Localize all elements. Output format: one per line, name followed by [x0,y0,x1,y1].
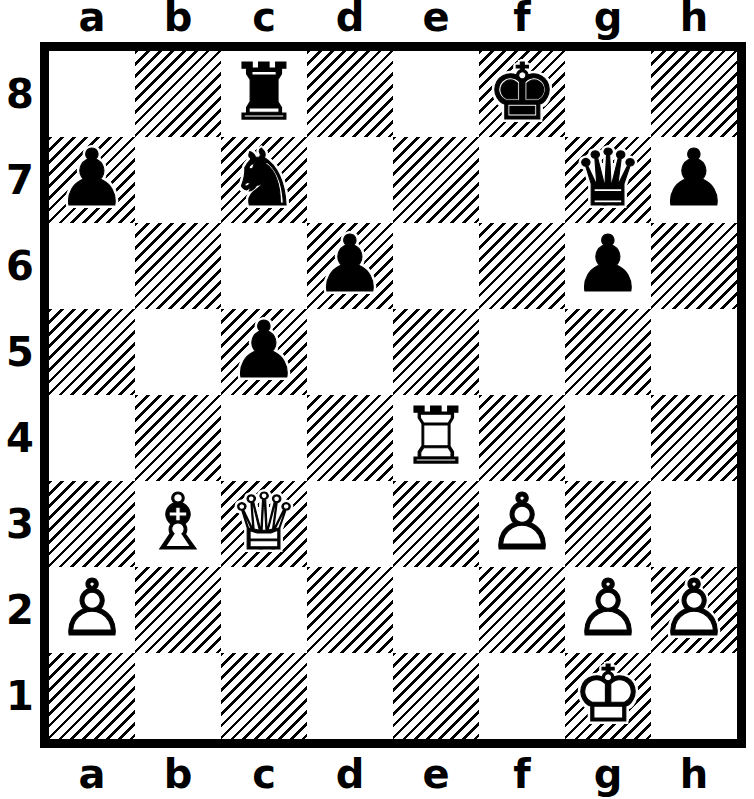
piece-halo: ♜ [221,51,307,137]
square-e8[interactable] [393,51,479,137]
rank-label-7: 7 [0,137,40,223]
square-d3[interactable] [307,481,393,567]
file-label-e: e [393,0,479,40]
file-label-h: h [651,0,737,40]
square-c8[interactable]: ♜♜ [221,51,307,137]
square-g5[interactable] [565,309,651,395]
piece-white-pawn: ♙ [49,567,135,653]
rank-label-6: 6 [0,223,40,309]
piece-white-queen: ♕ [221,481,307,567]
piece-black-pawn: ♟ [651,137,737,223]
square-d5[interactable] [307,309,393,395]
piece-halo: ♟ [49,567,135,653]
square-b5[interactable] [135,309,221,395]
piece-halo: ♜ [393,395,479,481]
file-label-f: f [479,748,565,799]
square-e2[interactable] [393,567,479,653]
square-e4[interactable]: ♜♖ [393,395,479,481]
square-g3[interactable] [565,481,651,567]
board-border: ♜♜♚♚♟♟♞♞♛♛♟♟♟♟♟♟♟♟♜♖♝♗♛♕♟♙♟♙♟♙♟♙♚♔ [40,42,746,748]
square-a8[interactable] [49,51,135,137]
piece-white-pawn: ♙ [479,481,565,567]
piece-black-pawn: ♟ [221,309,307,395]
piece-halo: ♟ [307,223,393,309]
piece-halo: ♟ [565,223,651,309]
square-f8[interactable]: ♚♚ [479,51,565,137]
square-b6[interactable] [135,223,221,309]
rank-label-4: 4 [0,395,40,481]
rank-label-3: 3 [0,481,40,567]
piece-white-pawn: ♙ [565,567,651,653]
square-f1[interactable] [479,653,565,739]
square-e6[interactable] [393,223,479,309]
file-label-c: c [221,748,307,799]
piece-white-king: ♔ [565,653,651,739]
file-labels-top: abcdefgh [49,0,737,40]
piece-halo: ♚ [479,51,565,137]
file-label-g: g [565,748,651,799]
square-c1[interactable] [221,653,307,739]
square-h5[interactable] [651,309,737,395]
square-f6[interactable] [479,223,565,309]
square-g8[interactable] [565,51,651,137]
square-d2[interactable] [307,567,393,653]
piece-black-rook: ♜ [221,51,307,137]
square-h6[interactable] [651,223,737,309]
rank-label-8: 8 [0,51,40,137]
rank-labels-left: 87654321 [0,51,40,739]
chess-board: ♜♜♚♚♟♟♞♞♛♛♟♟♟♟♟♟♟♟♜♖♝♗♛♕♟♙♟♙♟♙♟♙♚♔ [49,51,737,739]
piece-halo: ♛ [565,137,651,223]
square-h8[interactable] [651,51,737,137]
piece-halo: ♚ [565,653,651,739]
file-label-a: a [49,0,135,40]
rank-label-2: 2 [0,567,40,653]
square-d6[interactable]: ♟♟ [307,223,393,309]
square-b4[interactable] [135,395,221,481]
piece-halo: ♞ [221,137,307,223]
file-label-d: d [307,748,393,799]
square-h4[interactable] [651,395,737,481]
file-label-g: g [565,0,651,40]
piece-halo: ♟ [221,309,307,395]
piece-halo: ♟ [479,481,565,567]
square-c5[interactable]: ♟♟ [221,309,307,395]
square-g7[interactable]: ♛♛ [565,137,651,223]
square-f7[interactable] [479,137,565,223]
square-h2[interactable]: ♟♙ [651,567,737,653]
square-b3[interactable]: ♝♗ [135,481,221,567]
square-c6[interactable] [221,223,307,309]
square-b7[interactable] [135,137,221,223]
piece-halo: ♟ [49,137,135,223]
square-e1[interactable] [393,653,479,739]
rank-label-1: 1 [0,653,40,739]
square-h1[interactable] [651,653,737,739]
square-g1[interactable]: ♚♔ [565,653,651,739]
file-label-f: f [479,0,565,40]
square-a7[interactable]: ♟♟ [49,137,135,223]
square-a6[interactable] [49,223,135,309]
square-c2[interactable] [221,567,307,653]
square-b1[interactable] [135,653,221,739]
piece-halo: ♛ [221,481,307,567]
square-a1[interactable] [49,653,135,739]
square-e5[interactable] [393,309,479,395]
square-g4[interactable] [565,395,651,481]
file-label-h: h [651,748,737,799]
square-d4[interactable] [307,395,393,481]
square-b8[interactable] [135,51,221,137]
square-h3[interactable] [651,481,737,567]
file-label-e: e [393,748,479,799]
square-a4[interactable] [49,395,135,481]
square-a2[interactable]: ♟♙ [49,567,135,653]
file-label-d: d [307,0,393,40]
square-a5[interactable] [49,309,135,395]
square-c7[interactable]: ♞♞ [221,137,307,223]
square-c4[interactable] [221,395,307,481]
piece-halo: ♝ [135,481,221,567]
piece-halo: ♟ [651,567,737,653]
square-d7[interactable] [307,137,393,223]
square-f2[interactable] [479,567,565,653]
square-g2[interactable]: ♟♙ [565,567,651,653]
piece-black-pawn: ♟ [307,223,393,309]
square-e7[interactable] [393,137,479,223]
piece-halo: ♟ [565,567,651,653]
square-g6[interactable]: ♟♟ [565,223,651,309]
square-f3[interactable]: ♟♙ [479,481,565,567]
file-labels-bottom: abcdefgh [49,748,737,799]
square-c3[interactable]: ♛♕ [221,481,307,567]
piece-halo: ♟ [651,137,737,223]
file-label-a: a [49,748,135,799]
piece-black-pawn: ♟ [565,223,651,309]
file-label-c: c [221,0,307,40]
square-e3[interactable] [393,481,479,567]
piece-white-rook: ♖ [393,395,479,481]
rank-label-5: 5 [0,309,40,395]
square-a3[interactable] [49,481,135,567]
square-f5[interactable] [479,309,565,395]
piece-black-knight: ♞ [221,137,307,223]
square-f4[interactable] [479,395,565,481]
square-d8[interactable] [307,51,393,137]
piece-white-bishop: ♗ [135,481,221,567]
square-d1[interactable] [307,653,393,739]
square-b2[interactable] [135,567,221,653]
square-h7[interactable]: ♟♟ [651,137,737,223]
piece-black-queen: ♛ [565,137,651,223]
piece-white-pawn: ♙ [651,567,737,653]
chess-diagram: abcdefgh 87654321 ♜♜♚♚♟♟♞♞♛♛♟♟♟♟♟♟♟♟♜♖♝♗… [0,0,754,799]
file-label-b: b [135,748,221,799]
piece-black-king: ♚ [479,51,565,137]
file-label-b: b [135,0,221,40]
piece-black-pawn: ♟ [49,137,135,223]
